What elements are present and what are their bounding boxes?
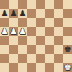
square-e1[interactable] — [36, 63, 45, 72]
square-b7[interactable]: ♟ — [9, 9, 18, 18]
white-king[interactable]: ♚ — [64, 63, 72, 72]
square-h3[interactable]: ♚ — [63, 45, 72, 54]
white-pawn[interactable]: ♟ — [10, 27, 18, 36]
square-d1[interactable] — [27, 63, 36, 72]
square-a4[interactable] — [0, 36, 9, 45]
square-d8[interactable] — [27, 0, 36, 9]
square-c1[interactable] — [18, 63, 27, 72]
square-a8[interactable] — [0, 0, 9, 9]
square-c2[interactable] — [18, 54, 27, 63]
chess-board: ♟♟♟♟♟♟♚♚ — [0, 0, 72, 72]
square-d7[interactable] — [27, 9, 36, 18]
square-g8[interactable] — [54, 0, 63, 9]
square-a6[interactable] — [0, 18, 9, 27]
square-d5[interactable] — [27, 27, 36, 36]
black-pawn[interactable]: ♟ — [10, 9, 18, 18]
black-king[interactable]: ♚ — [64, 45, 72, 54]
square-f3[interactable] — [45, 45, 54, 54]
square-f4[interactable] — [45, 36, 54, 45]
square-g6[interactable] — [54, 18, 63, 27]
square-a3[interactable] — [0, 45, 9, 54]
square-c8[interactable] — [18, 0, 27, 9]
square-b1[interactable] — [9, 63, 18, 72]
square-h7[interactable] — [63, 9, 72, 18]
square-b2[interactable] — [9, 54, 18, 63]
square-h4[interactable] — [63, 36, 72, 45]
square-f6[interactable] — [45, 18, 54, 27]
square-f7[interactable] — [45, 9, 54, 18]
square-h2[interactable] — [63, 54, 72, 63]
square-c4[interactable] — [18, 36, 27, 45]
square-f8[interactable] — [45, 0, 54, 9]
square-h5[interactable] — [63, 27, 72, 36]
black-pawn[interactable]: ♟ — [1, 9, 9, 18]
square-g4[interactable] — [54, 36, 63, 45]
square-e6[interactable] — [36, 18, 45, 27]
square-a1[interactable] — [0, 63, 9, 72]
square-b6[interactable] — [9, 18, 18, 27]
square-a7[interactable]: ♟ — [0, 9, 9, 18]
square-d2[interactable] — [27, 54, 36, 63]
square-c3[interactable] — [18, 45, 27, 54]
square-f5[interactable] — [45, 27, 54, 36]
square-c7[interactable]: ♟ — [18, 9, 27, 18]
square-e8[interactable] — [36, 0, 45, 9]
square-b3[interactable] — [9, 45, 18, 54]
square-e4[interactable] — [36, 36, 45, 45]
square-h6[interactable] — [63, 18, 72, 27]
square-g5[interactable] — [54, 27, 63, 36]
square-e3[interactable] — [36, 45, 45, 54]
white-pawn[interactable]: ♟ — [19, 27, 27, 36]
square-h8[interactable] — [63, 0, 72, 9]
black-pawn[interactable]: ♟ — [19, 9, 27, 18]
square-g3[interactable] — [54, 45, 63, 54]
square-d6[interactable] — [27, 18, 36, 27]
square-c5[interactable]: ♟ — [18, 27, 27, 36]
square-f1[interactable] — [45, 63, 54, 72]
square-f2[interactable] — [45, 54, 54, 63]
square-b8[interactable] — [9, 0, 18, 9]
square-g1[interactable] — [54, 63, 63, 72]
square-e5[interactable] — [36, 27, 45, 36]
square-b4[interactable] — [9, 36, 18, 45]
square-g7[interactable] — [54, 9, 63, 18]
square-e2[interactable] — [36, 54, 45, 63]
square-b5[interactable]: ♟ — [9, 27, 18, 36]
square-h1[interactable]: ♚ — [63, 63, 72, 72]
square-a2[interactable] — [0, 54, 9, 63]
white-pawn[interactable]: ♟ — [1, 27, 9, 36]
square-d4[interactable] — [27, 36, 36, 45]
square-d3[interactable] — [27, 45, 36, 54]
square-g2[interactable] — [54, 54, 63, 63]
square-e7[interactable] — [36, 9, 45, 18]
square-c6[interactable] — [18, 18, 27, 27]
square-a5[interactable]: ♟ — [0, 27, 9, 36]
